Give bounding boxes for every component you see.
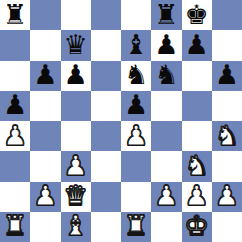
square-d4[interactable] [91, 121, 121, 151]
square-g3[interactable]: ♞ [182, 151, 212, 181]
piece-white-rook: ♜ [3, 212, 27, 239]
piece-black-pawn: ♟ [64, 61, 88, 88]
square-b6[interactable]: ♟ [30, 61, 60, 91]
square-h8[interactable] [212, 0, 242, 30]
square-d6[interactable] [91, 61, 121, 91]
square-e4[interactable]: ♟ [121, 121, 151, 151]
square-d3[interactable] [91, 151, 121, 181]
piece-white-bishop: ♝ [64, 212, 88, 239]
piece-white-pawn: ♟ [124, 122, 148, 149]
piece-black-rook: ♜ [154, 1, 178, 28]
square-c7[interactable]: ♛ [61, 30, 91, 60]
square-f7[interactable]: ♟ [151, 30, 181, 60]
square-f2[interactable]: ♟ [151, 182, 181, 212]
piece-white-pawn: ♟ [64, 152, 88, 179]
square-b2[interactable]: ♟ [30, 182, 60, 212]
square-f3[interactable] [151, 151, 181, 181]
square-a4[interactable]: ♟ [0, 121, 30, 151]
square-c6[interactable]: ♟ [61, 61, 91, 91]
square-e3[interactable] [121, 151, 151, 181]
square-g1[interactable]: ♚ [182, 212, 212, 242]
piece-black-king: ♚ [185, 1, 209, 28]
chess-board: ♜♜♚♛♝♟♟♟♟♞♞♟♟♟♟♟♞♟♞♟♛♟♟♟♜♝♜♚ [0, 0, 242, 242]
piece-black-rook: ♜ [3, 1, 27, 28]
piece-white-pawn: ♟ [154, 182, 178, 209]
piece-black-pawn: ♟ [124, 91, 148, 118]
piece-black-knight: ♞ [124, 61, 148, 88]
square-g2[interactable]: ♟ [182, 182, 212, 212]
square-f8[interactable]: ♜ [151, 0, 181, 30]
square-e1[interactable]: ♜ [121, 212, 151, 242]
square-c8[interactable] [61, 0, 91, 30]
square-e8[interactable] [121, 0, 151, 30]
square-d2[interactable] [91, 182, 121, 212]
square-h5[interactable] [212, 91, 242, 121]
piece-black-pawn: ♟ [33, 61, 57, 88]
piece-white-pawn: ♟ [215, 182, 239, 209]
piece-black-knight: ♞ [154, 61, 178, 88]
piece-white-rook: ♜ [124, 212, 148, 239]
square-a2[interactable] [0, 182, 30, 212]
square-g5[interactable] [182, 91, 212, 121]
square-b1[interactable] [30, 212, 60, 242]
piece-black-pawn: ♟ [3, 91, 27, 118]
square-h1[interactable] [212, 212, 242, 242]
square-e7[interactable]: ♝ [121, 30, 151, 60]
square-h3[interactable] [212, 151, 242, 181]
square-b4[interactable] [30, 121, 60, 151]
square-d1[interactable] [91, 212, 121, 242]
square-a3[interactable] [0, 151, 30, 181]
square-e6[interactable]: ♞ [121, 61, 151, 91]
piece-black-pawn: ♟ [154, 31, 178, 58]
piece-white-queen: ♛ [64, 182, 88, 209]
square-a7[interactable] [0, 30, 30, 60]
square-c1[interactable]: ♝ [61, 212, 91, 242]
square-b8[interactable] [30, 0, 60, 30]
square-f4[interactable] [151, 121, 181, 151]
square-d8[interactable] [91, 0, 121, 30]
square-c3[interactable]: ♟ [61, 151, 91, 181]
square-b3[interactable] [30, 151, 60, 181]
piece-white-pawn: ♟ [33, 182, 57, 209]
square-g7[interactable]: ♟ [182, 30, 212, 60]
square-g4[interactable] [182, 121, 212, 151]
square-h6[interactable]: ♟ [212, 61, 242, 91]
square-e5[interactable]: ♟ [121, 91, 151, 121]
piece-white-king: ♚ [185, 212, 209, 239]
square-c4[interactable] [61, 121, 91, 151]
square-h4[interactable]: ♞ [212, 121, 242, 151]
piece-black-pawn: ♟ [185, 31, 209, 58]
square-f1[interactable] [151, 212, 181, 242]
square-a1[interactable]: ♜ [0, 212, 30, 242]
square-b5[interactable] [30, 91, 60, 121]
piece-white-pawn: ♟ [3, 122, 27, 149]
piece-black-pawn: ♟ [215, 61, 239, 88]
square-e2[interactable] [121, 182, 151, 212]
square-c5[interactable] [61, 91, 91, 121]
square-a6[interactable] [0, 61, 30, 91]
piece-black-queen: ♛ [64, 31, 88, 58]
square-d5[interactable] [91, 91, 121, 121]
piece-white-knight: ♞ [185, 152, 209, 179]
square-h2[interactable]: ♟ [212, 182, 242, 212]
square-g6[interactable] [182, 61, 212, 91]
square-f6[interactable]: ♞ [151, 61, 181, 91]
square-c2[interactable]: ♛ [61, 182, 91, 212]
piece-white-knight: ♞ [215, 122, 239, 149]
square-a8[interactable]: ♜ [0, 0, 30, 30]
square-f5[interactable] [151, 91, 181, 121]
square-d7[interactable] [91, 30, 121, 60]
piece-white-pawn: ♟ [185, 182, 209, 209]
square-g8[interactable]: ♚ [182, 0, 212, 30]
piece-black-bishop: ♝ [124, 31, 148, 58]
square-b7[interactable] [30, 30, 60, 60]
square-a5[interactable]: ♟ [0, 91, 30, 121]
square-h7[interactable] [212, 30, 242, 60]
